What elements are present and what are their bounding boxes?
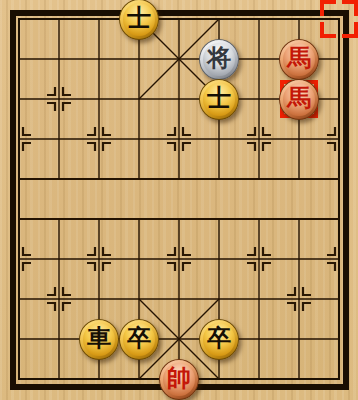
black-advisor-piece[interactable]: 士 bbox=[119, 0, 159, 40]
piece-glyph: 帥 bbox=[167, 366, 191, 390]
cell-f5-r8: 卒 bbox=[199, 319, 239, 359]
piece-glyph: 将 bbox=[207, 46, 231, 70]
bracket-corner bbox=[320, 0, 336, 16]
cell-f3-r8: 卒 bbox=[119, 319, 159, 359]
cell-f2-r8: 車 bbox=[79, 319, 119, 359]
cell-f7-r1: 馬 bbox=[279, 39, 319, 79]
black-general-piece[interactable]: 将 bbox=[199, 39, 239, 80]
last-move-from-marker bbox=[320, 0, 358, 38]
piece-glyph: 馬 bbox=[287, 86, 311, 110]
xiangqi-app: 士 将 馬 士 bbox=[0, 0, 358, 400]
black-soldier-piece[interactable]: 卒 bbox=[199, 319, 239, 360]
piece-glyph: 士 bbox=[207, 86, 231, 110]
piece-face: 士 bbox=[203, 83, 235, 116]
piece-glyph: 車 bbox=[87, 326, 111, 350]
bracket-corner bbox=[342, 0, 358, 16]
bracket-corner bbox=[342, 22, 358, 38]
piece-glyph: 卒 bbox=[207, 326, 231, 350]
cell-f3-r0: 士 bbox=[119, 0, 159, 39]
cell-f5-r1: 将 bbox=[199, 39, 239, 79]
black-soldier-piece[interactable]: 卒 bbox=[119, 319, 159, 360]
black-chariot-piece[interactable]: 車 bbox=[79, 319, 119, 360]
piece-glyph: 馬 bbox=[287, 46, 311, 70]
cell-f5-r2: 士 bbox=[199, 79, 239, 119]
piece-face: 車 bbox=[83, 323, 115, 356]
cell-f7-r2: 馬 bbox=[279, 79, 319, 119]
piece-glyph: 卒 bbox=[127, 326, 151, 350]
piece-face: 士 bbox=[123, 3, 155, 36]
xiangqi-board[interactable]: 士 将 馬 士 bbox=[0, 0, 358, 399]
red-horse-piece[interactable]: 馬 bbox=[279, 39, 319, 80]
piece-face: 馬 bbox=[283, 83, 315, 116]
piece-face: 将 bbox=[203, 43, 235, 76]
piece-glyph: 士 bbox=[127, 6, 151, 30]
red-horse-piece[interactable]: 馬 bbox=[279, 79, 319, 120]
piece-face: 馬 bbox=[283, 43, 315, 76]
cell-f4-r9: 帥 bbox=[159, 359, 199, 399]
piece-face: 卒 bbox=[123, 323, 155, 356]
bracket-corner bbox=[320, 22, 336, 38]
piece-face: 卒 bbox=[203, 323, 235, 356]
red-general-piece[interactable]: 帥 bbox=[159, 359, 199, 400]
piece-face: 帥 bbox=[163, 363, 195, 396]
black-advisor-piece[interactable]: 士 bbox=[199, 79, 239, 120]
last-move-from-square bbox=[319, 0, 358, 39]
